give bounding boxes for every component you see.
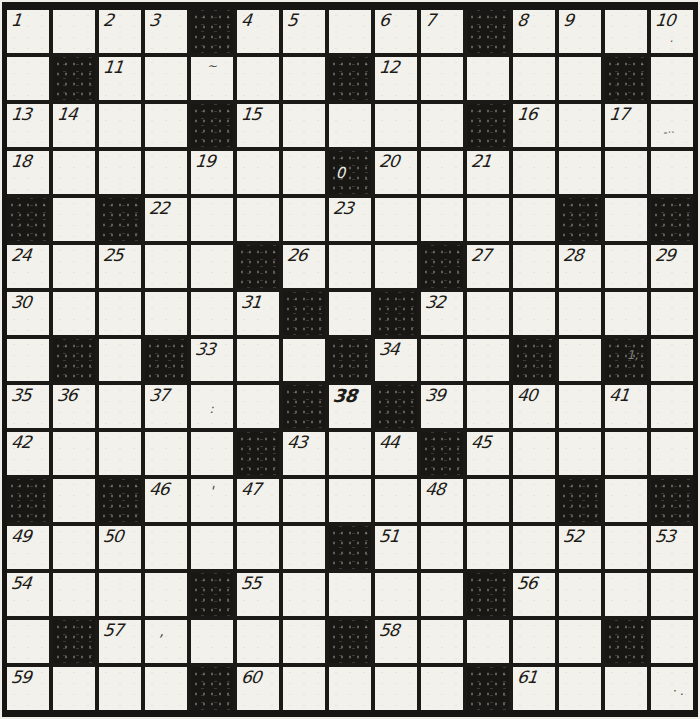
clue-number-16: 16 xyxy=(516,106,537,123)
black-square-r13c11 xyxy=(467,573,509,616)
cell-r12c7[interactable] xyxy=(283,526,325,569)
clue-number-57: 57 xyxy=(102,622,123,639)
clue-number-3: 3 xyxy=(148,12,160,29)
clue-number-27: 27 xyxy=(470,247,491,264)
cell-r2c9[interactable]: 12 xyxy=(375,57,417,100)
clue-number-8: 8 xyxy=(516,12,528,29)
black-square-r1c11 xyxy=(467,10,509,53)
clue-number-17: 17 xyxy=(608,106,629,123)
clue-number-33: 33 xyxy=(194,341,215,358)
clue-number-28: 28 xyxy=(562,247,583,264)
black-square-r7c7 xyxy=(283,292,325,335)
cell-r12c3[interactable]: 50 xyxy=(99,526,141,569)
cell-r10c14[interactable] xyxy=(605,432,647,475)
cell-r6c1[interactable]: 24 xyxy=(7,245,49,288)
clue-number-4: 4 xyxy=(240,12,252,29)
clue-number-37: 37 xyxy=(148,387,169,404)
cell-r2c6[interactable] xyxy=(237,57,279,100)
black-square-r10c10 xyxy=(421,432,463,475)
black-square-r5c15 xyxy=(651,198,693,241)
cell-r2c4[interactable] xyxy=(145,57,187,100)
cell-r6c3[interactable]: 25 xyxy=(99,245,141,288)
cell-r14c15[interactable] xyxy=(651,620,693,663)
cell-r11c11[interactable] xyxy=(467,479,509,522)
clue-number-59: 59 xyxy=(10,669,31,686)
cell-r7c3[interactable] xyxy=(99,292,141,335)
clue-number-35: 35 xyxy=(10,387,31,404)
clue-number-49: 49 xyxy=(10,528,31,545)
stray-mark: , xyxy=(159,624,163,638)
clue-number-32: 32 xyxy=(424,294,445,311)
cell-r7c15[interactable] xyxy=(651,292,693,335)
cell-r15c3[interactable] xyxy=(99,667,141,710)
cell-r15c6[interactable]: 60 xyxy=(237,667,279,710)
cell-r13c1[interactable]: 54 xyxy=(7,573,49,616)
black-square-r6c6 xyxy=(237,245,279,288)
cell-r10c2[interactable] xyxy=(53,432,95,475)
cell-r1c10[interactable]: 7 xyxy=(421,10,463,53)
cell-r5c11[interactable] xyxy=(467,198,509,241)
cell-r2c11[interactable] xyxy=(467,57,509,100)
cell-r4c5[interactable]: 19 xyxy=(191,151,233,194)
clue-number-12: 12 xyxy=(378,59,399,76)
cell-r1c7[interactable]: 5 xyxy=(283,10,325,53)
cell-r4c11[interactable]: 21 xyxy=(467,151,509,194)
cell-r3c6[interactable]: 15 xyxy=(237,104,279,147)
cell-r1c2[interactable] xyxy=(53,10,95,53)
cell-r14c13[interactable] xyxy=(559,620,601,663)
cell-r14c1[interactable] xyxy=(7,620,49,663)
clue-number-30: 30 xyxy=(10,294,31,311)
stray-mark: ~ xyxy=(207,60,217,72)
cell-r15c13[interactable] xyxy=(559,667,601,710)
cell-r15c15[interactable]: · . xyxy=(651,667,693,710)
clue-number-19: 19 xyxy=(194,153,215,170)
stray-mark: -·· xyxy=(663,127,674,138)
cell-r7c5[interactable] xyxy=(191,292,233,335)
black-square-r2c2 xyxy=(53,57,95,100)
cell-r3c4[interactable] xyxy=(145,104,187,147)
cell-r3c12[interactable]: 16 xyxy=(513,104,555,147)
cell-r7c12[interactable] xyxy=(513,292,555,335)
clue-number-43: 43 xyxy=(286,434,307,451)
cell-r5c4[interactable]: 22 xyxy=(145,198,187,241)
clue-number-58: 58 xyxy=(378,622,399,639)
cell-r7c2[interactable] xyxy=(53,292,95,335)
cell-r6c12[interactable] xyxy=(513,245,555,288)
clue-number-10: 10 xyxy=(654,12,675,29)
stray-mark: 0 xyxy=(336,166,346,181)
black-square-r8c4 xyxy=(145,339,187,382)
clue-number-22: 22 xyxy=(148,200,169,217)
cell-r4c10[interactable] xyxy=(421,151,463,194)
black-square-r11c15 xyxy=(651,479,693,522)
cell-r15c4[interactable] xyxy=(145,667,187,710)
black-square-r6c10 xyxy=(421,245,463,288)
black-square-r8c14: 1; xyxy=(605,339,647,382)
black-square-r12c8 xyxy=(329,526,371,569)
black-square-r10c6 xyxy=(237,432,279,475)
cell-r7c14[interactable] xyxy=(605,292,647,335)
clue-number-52: 52 xyxy=(562,528,583,545)
cell-r15c8[interactable] xyxy=(329,667,371,710)
cell-r5c5[interactable] xyxy=(191,198,233,241)
cell-r4c15[interactable] xyxy=(651,151,693,194)
cell-r1c9[interactable]: 6 xyxy=(375,10,417,53)
black-square-r5c1 xyxy=(7,198,49,241)
cell-r7c8[interactable] xyxy=(329,292,371,335)
cell-r9c13[interactable] xyxy=(559,385,601,428)
black-square-r14c14 xyxy=(605,620,647,663)
cell-r9c4[interactable]: 37 xyxy=(145,385,187,428)
cell-r5c9[interactable] xyxy=(375,198,417,241)
cell-r13c15[interactable] xyxy=(651,573,693,616)
clue-number-51: 51 xyxy=(378,528,399,545)
stray-mark: · . xyxy=(672,685,683,697)
clue-number-20: 20 xyxy=(378,153,399,170)
cell-r8c9[interactable]: 34 xyxy=(375,339,417,382)
cell-r6c11[interactable]: 27 xyxy=(467,245,509,288)
cell-r8c11[interactable] xyxy=(467,339,509,382)
cell-r12c9[interactable]: 51 xyxy=(375,526,417,569)
clue-number-29: 29 xyxy=(654,247,675,264)
cell-r6c8[interactable] xyxy=(329,245,371,288)
cell-r6c14[interactable] xyxy=(605,245,647,288)
cell-r12c4[interactable] xyxy=(145,526,187,569)
clue-number-48: 48 xyxy=(424,481,445,498)
cell-r11c8[interactable] xyxy=(329,479,371,522)
cell-r2c7[interactable] xyxy=(283,57,325,100)
cell-r8c1[interactable] xyxy=(7,339,49,382)
clue-number-24: 24 xyxy=(10,247,31,264)
cell-r13c9[interactable] xyxy=(375,573,417,616)
cell-r13c12[interactable]: 56 xyxy=(513,573,555,616)
clue-number-40: 40 xyxy=(516,387,537,404)
cell-r6c2[interactable] xyxy=(53,245,95,288)
cell-r3c10[interactable] xyxy=(421,104,463,147)
black-square-r7c9 xyxy=(375,292,417,335)
cell-r3c8[interactable] xyxy=(329,104,371,147)
cell-r4c7[interactable] xyxy=(283,151,325,194)
cell-r1c14[interactable] xyxy=(605,10,647,53)
clue-number-31: 31 xyxy=(240,294,261,311)
clue-number-6: 6 xyxy=(378,12,390,29)
cell-r13c4[interactable] xyxy=(145,573,187,616)
cell-r9c3[interactable] xyxy=(99,385,141,428)
cell-r5c8[interactable]: 23 xyxy=(329,198,371,241)
cell-r3c2[interactable]: 14 xyxy=(53,104,95,147)
crossword-board: 12345678910.11~121314151617-··1819020212… xyxy=(0,0,700,719)
black-square-r9c7 xyxy=(283,385,325,428)
clue-number-1: 1 xyxy=(10,12,22,29)
black-square-r11c13 xyxy=(559,479,601,522)
cell-r4c1[interactable]: 18 xyxy=(7,151,49,194)
cell-r6c13[interactable]: 28 xyxy=(559,245,601,288)
clue-number-34: 34 xyxy=(378,341,399,358)
cell-r9c6[interactable] xyxy=(237,385,279,428)
clue-number-56: 56 xyxy=(516,575,537,592)
black-square-r13c5 xyxy=(191,573,233,616)
clue-number-13: 13 xyxy=(10,106,31,123)
cell-r12c14[interactable] xyxy=(605,526,647,569)
black-square-r5c3 xyxy=(99,198,141,241)
cell-r3c7[interactable] xyxy=(283,104,325,147)
cell-r11c10[interactable]: 48 xyxy=(421,479,463,522)
cell-r9c15[interactable] xyxy=(651,385,693,428)
cell-r7c6[interactable]: 31 xyxy=(237,292,279,335)
clue-number-2: 2 xyxy=(102,12,114,29)
clue-number-60: 60 xyxy=(240,669,261,686)
cell-r8c15[interactable] xyxy=(651,339,693,382)
cell-r7c4[interactable] xyxy=(145,292,187,335)
clue-number-61: 61 xyxy=(516,669,537,686)
cell-r12c12[interactable] xyxy=(513,526,555,569)
cell-r3c15[interactable]: -·· xyxy=(651,104,693,147)
cell-r8c5[interactable]: 33 xyxy=(191,339,233,382)
cell-r13c10[interactable] xyxy=(421,573,463,616)
cell-r12c11[interactable] xyxy=(467,526,509,569)
cell-r5c7[interactable] xyxy=(283,198,325,241)
cell-r3c3[interactable] xyxy=(99,104,141,147)
cell-r14c11[interactable] xyxy=(467,620,509,663)
clue-number-47: 47 xyxy=(240,481,261,498)
cell-r14c4[interactable]: , xyxy=(145,620,187,663)
cell-r4c4[interactable] xyxy=(145,151,187,194)
cell-r6c9[interactable] xyxy=(375,245,417,288)
clue-number-42: 42 xyxy=(10,434,31,451)
cell-r9c5[interactable]: : xyxy=(191,385,233,428)
black-square-r14c2 xyxy=(53,620,95,663)
clue-number-39: 39 xyxy=(424,387,445,404)
clue-number-14: 14 xyxy=(56,106,77,123)
cell-r8c10[interactable] xyxy=(421,339,463,382)
cell-r1c4[interactable]: 3 xyxy=(145,10,187,53)
cell-r11c2[interactable] xyxy=(53,479,95,522)
clue-number-25: 25 xyxy=(102,247,123,264)
cell-r12c6[interactable] xyxy=(237,526,279,569)
cell-r15c2[interactable] xyxy=(53,667,95,710)
cell-r11c7[interactable] xyxy=(283,479,325,522)
cell-r10c11[interactable]: 45 xyxy=(467,432,509,475)
cell-r5c6[interactable] xyxy=(237,198,279,241)
cell-r5c2[interactable] xyxy=(53,198,95,241)
cell-r8c13[interactable] xyxy=(559,339,601,382)
clue-number-23: 23 xyxy=(332,200,353,217)
cell-r15c12[interactable]: 61 xyxy=(513,667,555,710)
cell-r10c4[interactable] xyxy=(145,432,187,475)
cell-r11c12[interactable] xyxy=(513,479,555,522)
cell-r5c10[interactable] xyxy=(421,198,463,241)
black-square-r15c5 xyxy=(191,667,233,710)
cell-r14c12[interactable] xyxy=(513,620,555,663)
black-square-r5c13 xyxy=(559,198,601,241)
black-square-r9c9 xyxy=(375,385,417,428)
stray-mark: ' xyxy=(209,484,213,498)
cell-r9c8[interactable]: 38 xyxy=(329,385,371,428)
cell-r9c2[interactable]: 36 xyxy=(53,385,95,428)
cell-r13c7[interactable] xyxy=(283,573,325,616)
cell-r10c7[interactable]: 43 xyxy=(283,432,325,475)
cell-r3c14[interactable]: 17 xyxy=(605,104,647,147)
clue-number-54: 54 xyxy=(10,575,31,592)
clue-number-46: 46 xyxy=(148,481,169,498)
cell-r6c15[interactable]: 29 xyxy=(651,245,693,288)
cell-r3c1[interactable]: 13 xyxy=(7,104,49,147)
clue-number-5: 5 xyxy=(286,12,298,29)
cell-r3c13[interactable] xyxy=(559,104,601,147)
cell-r2c13[interactable] xyxy=(559,57,601,100)
cell-r3c9[interactable] xyxy=(375,104,417,147)
clue-number-18: 18 xyxy=(10,153,31,170)
cell-r9c1[interactable]: 35 xyxy=(7,385,49,428)
cell-r15c14[interactable] xyxy=(605,667,647,710)
clue-number-21: 21 xyxy=(470,153,491,170)
black-square-r3c5 xyxy=(191,104,233,147)
black-square-r11c1 xyxy=(7,479,49,522)
cell-r15c10[interactable] xyxy=(421,667,463,710)
cell-r13c8[interactable] xyxy=(329,573,371,616)
cell-r4c14[interactable] xyxy=(605,151,647,194)
cell-r12c1[interactable]: 49 xyxy=(7,526,49,569)
cell-r2c10[interactable] xyxy=(421,57,463,100)
cell-r14c3[interactable]: 57 xyxy=(99,620,141,663)
cell-r12c15[interactable]: 53 xyxy=(651,526,693,569)
crossword-grid: 12345678910.11~121314151617-··1819020212… xyxy=(2,2,698,717)
cell-r10c15[interactable] xyxy=(651,432,693,475)
cell-r11c6[interactable]: 47 xyxy=(237,479,279,522)
cell-r2c3[interactable]: 11 xyxy=(99,57,141,100)
cell-r15c7[interactable] xyxy=(283,667,325,710)
black-square-r11c3 xyxy=(99,479,141,522)
cell-r12c5[interactable] xyxy=(191,526,233,569)
cell-r14c10[interactable] xyxy=(421,620,463,663)
black-square-r8c12 xyxy=(513,339,555,382)
black-square-r3c11 xyxy=(467,104,509,147)
black-square-r1c5 xyxy=(191,10,233,53)
cell-r1c12[interactable]: 8 xyxy=(513,10,555,53)
cell-r1c6[interactable]: 4 xyxy=(237,10,279,53)
clue-number-50: 50 xyxy=(102,528,123,545)
clue-number-11: 11 xyxy=(102,59,123,76)
cell-r12c10[interactable] xyxy=(421,526,463,569)
cell-r10c3[interactable] xyxy=(99,432,141,475)
cell-r12c13[interactable]: 52 xyxy=(559,526,601,569)
clue-number-36: 36 xyxy=(56,387,77,404)
cell-r13c6[interactable]: 55 xyxy=(237,573,279,616)
cell-r2c5[interactable]: ~ xyxy=(191,57,233,100)
cell-r8c3[interactable] xyxy=(99,339,141,382)
black-square-r14c8 xyxy=(329,620,371,663)
cell-r6c4[interactable] xyxy=(145,245,187,288)
cell-r1c13[interactable]: 9 xyxy=(559,10,601,53)
cell-r15c1[interactable]: 59 xyxy=(7,667,49,710)
cell-r2c1[interactable] xyxy=(7,57,49,100)
cell-r4c9[interactable]: 20 xyxy=(375,151,417,194)
clue-number-41: 41 xyxy=(608,387,629,404)
cell-r13c3[interactable] xyxy=(99,573,141,616)
stray-mark: 1; xyxy=(627,349,639,361)
cell-r7c10[interactable]: 32 xyxy=(421,292,463,335)
cell-r5c14[interactable] xyxy=(605,198,647,241)
cell-r10c1[interactable]: 42 xyxy=(7,432,49,475)
cell-r5c12[interactable] xyxy=(513,198,555,241)
cell-r9c12[interactable]: 40 xyxy=(513,385,555,428)
cell-r10c9[interactable]: 44 xyxy=(375,432,417,475)
cell-r2c12[interactable] xyxy=(513,57,555,100)
cell-r4c3[interactable] xyxy=(99,151,141,194)
cell-r10c8[interactable] xyxy=(329,432,371,475)
cell-r2c15[interactable] xyxy=(651,57,693,100)
black-square-r2c14 xyxy=(605,57,647,100)
cell-r1c3[interactable]: 2 xyxy=(99,10,141,53)
black-square-r4c8: 0 xyxy=(329,151,371,194)
cell-r4c13[interactable] xyxy=(559,151,601,194)
black-square-r2c8 xyxy=(329,57,371,100)
cell-r4c6[interactable] xyxy=(237,151,279,194)
cell-r13c2[interactable] xyxy=(53,573,95,616)
black-square-r8c2 xyxy=(53,339,95,382)
cell-r9c11[interactable] xyxy=(467,385,509,428)
cell-r7c1[interactable]: 30 xyxy=(7,292,49,335)
cell-r11c4[interactable]: 46 xyxy=(145,479,187,522)
cell-r13c13[interactable] xyxy=(559,573,601,616)
clue-number-45: 45 xyxy=(470,434,491,451)
cell-r1c15[interactable]: 10. xyxy=(651,10,693,53)
cell-r4c12[interactable] xyxy=(513,151,555,194)
cell-r8c7[interactable] xyxy=(283,339,325,382)
cell-r14c5[interactable] xyxy=(191,620,233,663)
cell-r10c12[interactable] xyxy=(513,432,555,475)
cell-r6c7[interactable]: 26 xyxy=(283,245,325,288)
cell-r9c14[interactable]: 41 xyxy=(605,385,647,428)
cell-r13c14[interactable] xyxy=(605,573,647,616)
cell-r11c14[interactable] xyxy=(605,479,647,522)
cell-r9c10[interactable]: 39 xyxy=(421,385,463,428)
cell-r15c9[interactable] xyxy=(375,667,417,710)
cell-r14c7[interactable] xyxy=(283,620,325,663)
clue-number-9: 9 xyxy=(562,12,574,29)
cell-r6c5[interactable] xyxy=(191,245,233,288)
cell-r8c6[interactable] xyxy=(237,339,279,382)
cell-r14c9[interactable]: 58 xyxy=(375,620,417,663)
clue-number-15: 15 xyxy=(240,106,261,123)
clue-number-7: 7 xyxy=(424,12,436,29)
cell-r10c5[interactable] xyxy=(191,432,233,475)
clue-number-44: 44 xyxy=(378,434,399,451)
cell-r1c8[interactable] xyxy=(329,10,371,53)
cell-r7c13[interactable] xyxy=(559,292,601,335)
clue-number-38: 38 xyxy=(332,387,357,405)
black-square-r15c11 xyxy=(467,667,509,710)
cell-r4c2[interactable] xyxy=(53,151,95,194)
stray-mark: . xyxy=(669,32,673,44)
stray-mark: : xyxy=(209,403,213,415)
cell-r12c2[interactable] xyxy=(53,526,95,569)
black-square-r8c8 xyxy=(329,339,371,382)
cell-r11c9[interactable] xyxy=(375,479,417,522)
cell-r11c5[interactable]: ' xyxy=(191,479,233,522)
cell-r7c11[interactable] xyxy=(467,292,509,335)
clue-number-55: 55 xyxy=(240,575,261,592)
cell-r10c13[interactable] xyxy=(559,432,601,475)
clue-number-26: 26 xyxy=(286,247,307,264)
cell-r14c6[interactable] xyxy=(237,620,279,663)
clue-number-53: 53 xyxy=(654,528,675,545)
cell-r1c1[interactable]: 1 xyxy=(7,10,49,53)
